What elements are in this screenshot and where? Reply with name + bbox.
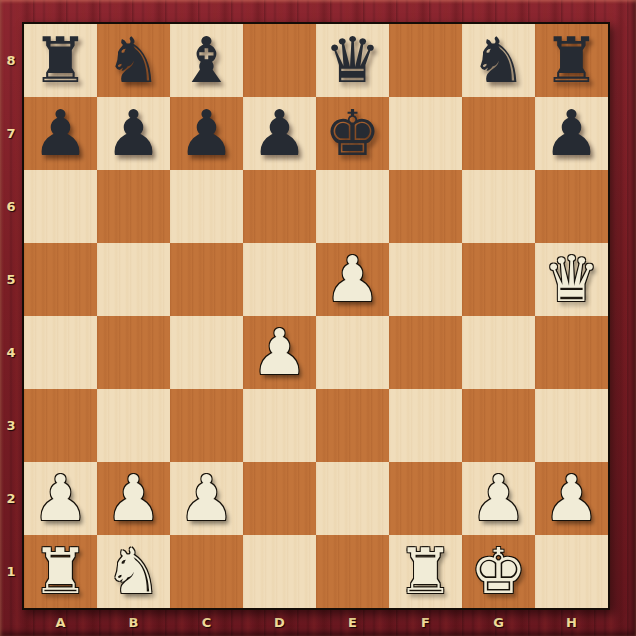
file-labels: ABCDEFGH bbox=[24, 608, 608, 636]
square-c2[interactable]: ♟ bbox=[170, 462, 243, 535]
rank-label-6: 6 bbox=[0, 170, 22, 243]
square-g5[interactable] bbox=[462, 243, 535, 316]
chess-board-frame: 87654321 ABCDEFGH ♜♞♝♛♞♜♟♟♟♟♚♟♟♛♟♟♟♟♟♟♜♞… bbox=[0, 0, 636, 636]
square-d5[interactable] bbox=[243, 243, 316, 316]
file-label-h: H bbox=[535, 608, 608, 636]
piece-black-pawn[interactable]: ♟ bbox=[170, 97, 243, 170]
square-b4[interactable] bbox=[97, 316, 170, 389]
piece-black-pawn[interactable]: ♟ bbox=[24, 97, 97, 170]
square-e8[interactable]: ♛ bbox=[316, 24, 389, 97]
piece-white-king[interactable]: ♚ bbox=[462, 535, 535, 608]
square-d6[interactable] bbox=[243, 170, 316, 243]
piece-black-rook[interactable]: ♜ bbox=[24, 24, 97, 97]
square-f7[interactable] bbox=[389, 97, 462, 170]
square-d4[interactable]: ♟ bbox=[243, 316, 316, 389]
piece-white-pawn[interactable]: ♟ bbox=[316, 243, 389, 316]
square-b6[interactable] bbox=[97, 170, 170, 243]
rank-label-2: 2 bbox=[0, 462, 22, 535]
square-a2[interactable]: ♟ bbox=[24, 462, 97, 535]
piece-black-rook[interactable]: ♜ bbox=[535, 24, 608, 97]
file-label-e: E bbox=[316, 608, 389, 636]
square-c5[interactable] bbox=[170, 243, 243, 316]
piece-black-pawn[interactable]: ♟ bbox=[535, 97, 608, 170]
square-c6[interactable] bbox=[170, 170, 243, 243]
square-d3[interactable] bbox=[243, 389, 316, 462]
square-e4[interactable] bbox=[316, 316, 389, 389]
square-g2[interactable]: ♟ bbox=[462, 462, 535, 535]
square-c8[interactable]: ♝ bbox=[170, 24, 243, 97]
square-c1[interactable] bbox=[170, 535, 243, 608]
square-h5[interactable]: ♛ bbox=[535, 243, 608, 316]
file-label-b: B bbox=[97, 608, 170, 636]
rank-label-8: 8 bbox=[0, 24, 22, 97]
rank-label-5: 5 bbox=[0, 243, 22, 316]
square-c3[interactable] bbox=[170, 389, 243, 462]
piece-white-rook[interactable]: ♜ bbox=[389, 535, 462, 608]
piece-white-pawn[interactable]: ♟ bbox=[462, 462, 535, 535]
piece-black-knight[interactable]: ♞ bbox=[462, 24, 535, 97]
piece-white-pawn[interactable]: ♟ bbox=[535, 462, 608, 535]
square-d2[interactable] bbox=[243, 462, 316, 535]
piece-white-pawn[interactable]: ♟ bbox=[97, 462, 170, 535]
square-b5[interactable] bbox=[97, 243, 170, 316]
rank-label-1: 1 bbox=[0, 535, 22, 608]
square-e5[interactable]: ♟ bbox=[316, 243, 389, 316]
square-d7[interactable]: ♟ bbox=[243, 97, 316, 170]
piece-black-king[interactable]: ♚ bbox=[316, 97, 389, 170]
square-a8[interactable]: ♜ bbox=[24, 24, 97, 97]
square-g8[interactable]: ♞ bbox=[462, 24, 535, 97]
file-label-d: D bbox=[243, 608, 316, 636]
piece-white-pawn[interactable]: ♟ bbox=[24, 462, 97, 535]
square-f4[interactable] bbox=[389, 316, 462, 389]
square-a5[interactable] bbox=[24, 243, 97, 316]
piece-black-bishop[interactable]: ♝ bbox=[170, 24, 243, 97]
file-label-f: F bbox=[389, 608, 462, 636]
piece-black-knight[interactable]: ♞ bbox=[97, 24, 170, 97]
square-e1[interactable] bbox=[316, 535, 389, 608]
piece-black-pawn[interactable]: ♟ bbox=[243, 97, 316, 170]
piece-white-pawn[interactable]: ♟ bbox=[243, 316, 316, 389]
square-h4[interactable] bbox=[535, 316, 608, 389]
square-e7[interactable]: ♚ bbox=[316, 97, 389, 170]
square-g4[interactable] bbox=[462, 316, 535, 389]
square-g6[interactable] bbox=[462, 170, 535, 243]
file-label-a: A bbox=[24, 608, 97, 636]
square-a3[interactable] bbox=[24, 389, 97, 462]
square-a1[interactable]: ♜ bbox=[24, 535, 97, 608]
square-b7[interactable]: ♟ bbox=[97, 97, 170, 170]
piece-black-pawn[interactable]: ♟ bbox=[97, 97, 170, 170]
square-f5[interactable] bbox=[389, 243, 462, 316]
square-f2[interactable] bbox=[389, 462, 462, 535]
square-h1[interactable] bbox=[535, 535, 608, 608]
rank-label-4: 4 bbox=[0, 316, 22, 389]
piece-white-rook[interactable]: ♜ bbox=[24, 535, 97, 608]
square-d1[interactable] bbox=[243, 535, 316, 608]
square-h8[interactable]: ♜ bbox=[535, 24, 608, 97]
square-d8[interactable] bbox=[243, 24, 316, 97]
chess-board: ♜♞♝♛♞♜♟♟♟♟♚♟♟♛♟♟♟♟♟♟♜♞♜♚ bbox=[22, 22, 610, 610]
square-f6[interactable] bbox=[389, 170, 462, 243]
file-label-g: G bbox=[462, 608, 535, 636]
square-e2[interactable] bbox=[316, 462, 389, 535]
square-f1[interactable]: ♜ bbox=[389, 535, 462, 608]
square-a4[interactable] bbox=[24, 316, 97, 389]
square-h7[interactable]: ♟ bbox=[535, 97, 608, 170]
square-b3[interactable] bbox=[97, 389, 170, 462]
square-f8[interactable] bbox=[389, 24, 462, 97]
square-e3[interactable] bbox=[316, 389, 389, 462]
square-a6[interactable] bbox=[24, 170, 97, 243]
square-h2[interactable]: ♟ bbox=[535, 462, 608, 535]
square-g3[interactable] bbox=[462, 389, 535, 462]
piece-black-queen[interactable]: ♛ bbox=[316, 24, 389, 97]
square-c4[interactable] bbox=[170, 316, 243, 389]
square-c7[interactable]: ♟ bbox=[170, 97, 243, 170]
piece-white-pawn[interactable]: ♟ bbox=[170, 462, 243, 535]
rank-labels: 87654321 bbox=[0, 24, 22, 608]
square-a7[interactable]: ♟ bbox=[24, 97, 97, 170]
square-g7[interactable] bbox=[462, 97, 535, 170]
square-f3[interactable] bbox=[389, 389, 462, 462]
square-h6[interactable] bbox=[535, 170, 608, 243]
square-b8[interactable]: ♞ bbox=[97, 24, 170, 97]
rank-label-3: 3 bbox=[0, 389, 22, 462]
square-h3[interactable] bbox=[535, 389, 608, 462]
square-e6[interactable] bbox=[316, 170, 389, 243]
piece-white-queen[interactable]: ♛ bbox=[535, 243, 608, 316]
square-g1[interactable]: ♚ bbox=[462, 535, 535, 608]
piece-white-knight[interactable]: ♞ bbox=[97, 535, 170, 608]
file-label-c: C bbox=[170, 608, 243, 636]
square-b2[interactable]: ♟ bbox=[97, 462, 170, 535]
rank-label-7: 7 bbox=[0, 97, 22, 170]
square-b1[interactable]: ♞ bbox=[97, 535, 170, 608]
